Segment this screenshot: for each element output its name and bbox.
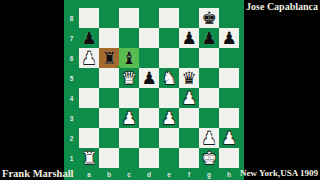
file-label-e: e (159, 168, 179, 180)
square-g4[interactable] (199, 88, 219, 108)
rank-labels: 87654321 (64, 8, 79, 168)
white-player-name: Frank Marshall (2, 168, 73, 179)
square-h2[interactable]: ♟ (219, 128, 239, 148)
chess-board: 87654321 ♚♟♟♟♟♟♜♝♛♟♞♛♟♟♟♟♟♜♚ abcdefgh (64, 0, 244, 180)
square-e1[interactable] (159, 148, 179, 168)
square-f3[interactable] (179, 108, 199, 128)
square-e8[interactable] (159, 8, 179, 28)
square-g7[interactable]: ♟ (199, 28, 219, 48)
square-d6[interactable] (139, 48, 159, 68)
file-label-f: f (179, 168, 199, 180)
white-pawn: ♟ (181, 88, 196, 108)
board-squares: ♚♟♟♟♟♟♜♝♛♟♞♛♟♟♟♟♟♜♚ (79, 8, 239, 168)
square-c7[interactable] (119, 28, 139, 48)
white-king: ♚ (201, 148, 216, 168)
video-frame: Jose Capablanca 87654321 ♚♟♟♟♟♟♜♝♛♟♞♛♟♟♟… (0, 0, 320, 180)
square-h4[interactable] (219, 88, 239, 108)
square-f8[interactable] (179, 8, 199, 28)
rank-label-1: 1 (64, 148, 79, 168)
rank-label-5: 5 (64, 68, 79, 88)
black-pawn: ♟ (181, 28, 196, 48)
square-a4[interactable] (79, 88, 99, 108)
square-c1[interactable] (119, 148, 139, 168)
rank-label-4: 4 (64, 88, 79, 108)
black-pawn: ♟ (221, 28, 236, 48)
square-g6[interactable] (199, 48, 219, 68)
square-d8[interactable] (139, 8, 159, 28)
white-pawn: ♟ (201, 128, 216, 148)
square-h1[interactable] (219, 148, 239, 168)
file-labels: abcdefgh (79, 168, 239, 180)
square-f2[interactable] (179, 128, 199, 148)
black-player-name: Jose Capablanca (246, 1, 318, 12)
square-b8[interactable] (99, 8, 119, 28)
square-f1[interactable] (179, 148, 199, 168)
event-location: New York,USA 1909 (240, 168, 318, 178)
square-d5[interactable]: ♟ (139, 68, 159, 88)
square-a2[interactable] (79, 128, 99, 148)
square-d4[interactable] (139, 88, 159, 108)
square-a6[interactable]: ♟ (79, 48, 99, 68)
white-pawn: ♟ (221, 128, 236, 148)
white-pawn: ♟ (161, 108, 176, 128)
square-g2[interactable]: ♟ (199, 128, 219, 148)
square-b4[interactable] (99, 88, 119, 108)
square-b3[interactable] (99, 108, 119, 128)
file-label-h: h (219, 168, 239, 180)
rank-label-2: 2 (64, 128, 79, 148)
square-c5[interactable]: ♛ (119, 68, 139, 88)
square-b7[interactable] (99, 28, 119, 48)
square-a1[interactable]: ♜ (79, 148, 99, 168)
square-d7[interactable] (139, 28, 159, 48)
square-g1[interactable]: ♚ (199, 148, 219, 168)
square-c2[interactable] (119, 128, 139, 148)
square-c3[interactable]: ♟ (119, 108, 139, 128)
square-c8[interactable] (119, 8, 139, 28)
square-f4[interactable]: ♟ (179, 88, 199, 108)
black-rook: ♜ (101, 48, 116, 68)
white-pawn: ♟ (121, 108, 136, 128)
square-e5[interactable]: ♞ (159, 68, 179, 88)
square-g3[interactable] (199, 108, 219, 128)
rank-label-8: 8 (64, 8, 79, 28)
square-f6[interactable] (179, 48, 199, 68)
square-g5[interactable] (199, 68, 219, 88)
square-d1[interactable] (139, 148, 159, 168)
square-d2[interactable] (139, 128, 159, 148)
file-label-g: g (199, 168, 219, 180)
square-h8[interactable] (219, 8, 239, 28)
black-king: ♚ (201, 8, 216, 28)
square-e3[interactable]: ♟ (159, 108, 179, 128)
black-pawn: ♟ (201, 28, 216, 48)
square-e2[interactable] (159, 128, 179, 148)
square-b5[interactable] (99, 68, 119, 88)
square-b2[interactable] (99, 128, 119, 148)
square-e4[interactable] (159, 88, 179, 108)
file-label-d: d (139, 168, 159, 180)
square-e6[interactable] (159, 48, 179, 68)
black-bishop: ♝ (121, 48, 136, 68)
black-pawn: ♟ (81, 28, 96, 48)
file-label-a: a (79, 168, 99, 180)
square-h6[interactable] (219, 48, 239, 68)
white-rook: ♜ (81, 148, 96, 168)
square-f7[interactable]: ♟ (179, 28, 199, 48)
square-c4[interactable] (119, 88, 139, 108)
black-queen: ♛ (181, 68, 196, 88)
square-a8[interactable] (79, 8, 99, 28)
rank-label-7: 7 (64, 28, 79, 48)
square-b1[interactable] (99, 148, 119, 168)
square-h7[interactable]: ♟ (219, 28, 239, 48)
square-a5[interactable] (79, 68, 99, 88)
file-label-b: b (99, 168, 119, 180)
square-b6[interactable]: ♜ (99, 48, 119, 68)
square-g8[interactable]: ♚ (199, 8, 219, 28)
white-pawn: ♟ (81, 48, 96, 68)
white-knight: ♞ (161, 68, 176, 88)
square-a7[interactable]: ♟ (79, 28, 99, 48)
file-label-c: c (119, 168, 139, 180)
white-queen: ♛ (121, 68, 136, 88)
square-c6[interactable]: ♝ (119, 48, 139, 68)
square-e7[interactable] (159, 28, 179, 48)
square-h5[interactable] (219, 68, 239, 88)
rank-label-6: 6 (64, 48, 79, 68)
square-d3[interactable] (139, 108, 159, 128)
square-f5[interactable]: ♛ (179, 68, 199, 88)
rank-label-3: 3 (64, 108, 79, 128)
square-h3[interactable] (219, 108, 239, 128)
square-a3[interactable] (79, 108, 99, 128)
black-pawn: ♟ (141, 68, 156, 88)
